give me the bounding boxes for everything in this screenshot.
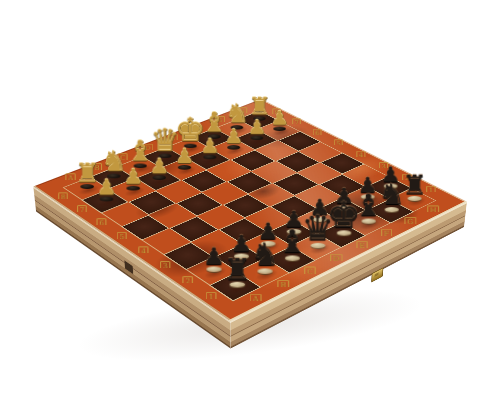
coordinate-label: 4 xyxy=(356,150,366,159)
chess-board: ABCDEFGH8♜♞♝♛♚♝♞♜87♟♟♟♟♟♟♟♟7665544332♟♟♟… xyxy=(33,99,467,321)
coordinate-label: 7 xyxy=(77,205,87,215)
white-pawn-glyph: ♟ xyxy=(271,109,289,128)
piece-base xyxy=(203,155,216,160)
piece-base xyxy=(206,266,221,272)
coordinate-label: G xyxy=(404,217,416,227)
page-background: ABCDEFGH8♜♞♝♛♚♝♞♜87♟♟♟♟♟♟♟♟7665544332♟♟♟… xyxy=(0,0,500,400)
white-pawn-glyph: ♟ xyxy=(175,147,194,167)
piece-base xyxy=(311,243,326,248)
black-pawn-glyph: ♟ xyxy=(202,245,224,268)
black-bishop-glyph: ♝ xyxy=(277,226,307,258)
piece-base xyxy=(361,219,375,224)
piece-base xyxy=(126,186,140,191)
hinge xyxy=(124,260,133,273)
coordinate-label: 6 xyxy=(97,218,107,228)
perspective-scene: ABCDEFGH8♜♞♝♛♚♝♞♜87♟♟♟♟♟♟♟♟7665544332♟♟♟… xyxy=(0,0,500,395)
coordinate-label: 1 xyxy=(206,292,217,303)
coordinate-label: 2 xyxy=(182,276,193,287)
piece-base xyxy=(408,196,422,201)
black-rook-glyph: ♜ xyxy=(223,255,251,284)
piece-base xyxy=(80,184,94,189)
coordinate-label: 7 xyxy=(292,118,301,127)
piece-base xyxy=(284,255,299,260)
black-rook-glyph: ♜ xyxy=(402,172,427,198)
coordinate-label: F xyxy=(381,229,392,240)
piece-base xyxy=(227,145,240,150)
coordinate-label: C xyxy=(304,266,316,277)
piece-base xyxy=(251,136,264,141)
coordinate-label: 3 xyxy=(160,261,171,272)
piece-base xyxy=(257,268,272,274)
black-knight-glyph: ♞ xyxy=(250,240,279,271)
white-knight-glyph: ♞ xyxy=(225,101,249,127)
square-c4 xyxy=(197,205,245,230)
piece-base xyxy=(153,175,167,180)
piece-base xyxy=(178,165,191,170)
white-pawn-glyph: ♟ xyxy=(150,157,170,178)
piece-base xyxy=(99,197,113,202)
coordinate-label: A xyxy=(65,173,75,183)
piece-base xyxy=(336,230,351,235)
white-rook-glyph: ♜ xyxy=(249,95,271,118)
coordinate-label: 4 xyxy=(138,246,149,257)
coordinate-label: B xyxy=(277,280,289,291)
piece-base xyxy=(385,207,399,212)
piece-base xyxy=(229,282,245,288)
coordinate-label: 5 xyxy=(117,232,128,243)
coordinate-label: A xyxy=(249,294,261,305)
coordinate-label: 6 xyxy=(313,129,322,138)
brass-clasp xyxy=(371,267,383,282)
coordinate-label: H xyxy=(427,205,439,215)
coordinate-label: E xyxy=(356,241,367,252)
coordinate-label: 8 xyxy=(58,192,68,202)
coordinate-label: 5 xyxy=(334,139,343,148)
coordinate-label: D xyxy=(330,253,342,264)
coordinate-label: 1 xyxy=(426,186,436,196)
piece-base xyxy=(274,127,287,132)
